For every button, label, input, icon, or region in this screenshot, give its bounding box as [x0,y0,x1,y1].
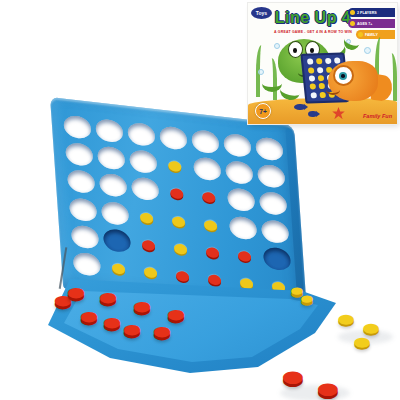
empty-hole [223,132,252,157]
board-cell [98,197,132,228]
board-cell [126,146,160,177]
ribbon-family: FAMILY [356,30,395,39]
box-grid-dot [324,58,331,64]
box-grid-dot [310,92,317,98]
yellow-disc: ● [201,214,220,233]
red-disc: ● [131,294,154,318]
red-disc: ● [65,280,88,304]
ribbon-players-label: 2 PLAYERS [357,11,377,15]
board-cell: ● [164,232,198,263]
bubble [364,47,371,54]
box-grid-dot [309,84,316,90]
empty-hole [66,169,95,194]
ribbon-ages: AGES 7+ [348,19,395,28]
board-cell [256,188,290,219]
box-grid-dot [316,67,323,73]
empty-hole [193,156,222,181]
empty-hole [129,149,158,174]
empty-hole [130,176,159,201]
game-board-grid: ●●●●●●●●●●●●●●●● [60,111,295,302]
board-cell: ● [132,229,166,260]
red-disc: ● [97,285,120,309]
board-cell [224,184,258,215]
empty-hole [70,224,99,249]
empty-hole [97,145,126,170]
empty-hole [226,187,255,212]
board-cell: ● [228,240,262,271]
empty-hole [258,191,287,216]
red-disc: ● [235,245,254,264]
octopus-pupil [293,48,298,53]
board-cell [66,194,100,225]
box-grid-dot [308,75,315,81]
box-grid-dot [318,83,325,89]
ribbon-family-label: FAMILY [365,33,378,37]
empty-hole [98,173,127,198]
bubble [258,69,264,75]
board-cell [190,153,224,184]
board-cell: ● [130,201,164,232]
empty-hole [65,142,94,167]
box-grid-dot [315,58,322,64]
yellow-disc: ● [171,238,190,257]
board-cell: ● [162,205,196,236]
red-disc: ● [279,361,307,390]
red-disc: ● [314,373,342,400]
board-cell [94,142,128,173]
fish-silhouette [308,111,317,117]
fish-eye [333,65,354,86]
board-cell [252,133,286,164]
board-cell: ● [194,208,228,239]
fish-mouth [326,85,340,95]
family-fun-text: Family Fun [363,113,392,119]
game-box: Toys Line Up 4 A GREAT GAME - GET 4 IN A… [248,3,397,124]
empty-hole [159,125,188,150]
bubble [274,43,280,49]
board-cell [69,249,103,280]
red-disc: ● [121,317,144,341]
product-photo: ●●●●●●●●●●●●●●●● ●●●●●●●●●●● ●●●●● Toys … [0,0,400,400]
board-cell [62,139,96,170]
empty-hole [100,200,129,225]
ribbon-ages-label: AGES 7+ [357,22,372,26]
board-cell [100,225,134,256]
yellow-disc: ● [141,262,160,281]
board-cell [254,161,288,192]
board-cell [220,129,254,160]
players-icon [350,10,355,15]
box-tagline: A GREAT GAME - GET 4 IN A ROW TO WIN [270,30,356,34]
empty-hole [95,118,124,143]
board-cell [260,243,294,274]
box-grid-dot [317,75,324,81]
board-cell [128,174,162,205]
empty-hole [63,114,92,139]
board-cell: ● [192,181,226,212]
red-disc: ● [139,235,158,254]
empty-hole [68,197,97,222]
board-cell [156,122,190,153]
empty-hole [228,215,257,240]
empty-hole [72,252,101,277]
board-cell: ● [196,236,230,267]
red-disc: ● [203,242,222,261]
octopus-pupil [310,48,315,53]
yellow-disc: ● [137,207,156,226]
box-grid-dot [306,59,313,65]
box-grid-dot [307,67,314,73]
yellow-disc: ● [351,329,373,352]
red-disc: ● [173,266,192,285]
empty-hole [262,246,291,271]
board-cell [188,126,222,157]
empty-hole [102,228,131,253]
board-cell [96,170,130,201]
board-cell [222,157,256,188]
brand-logo: Toys [251,7,272,19]
empty-hole [257,164,286,189]
yellow-disc: ● [335,306,357,329]
board-cell: ● [160,177,194,208]
ribbon-players: 2 PLAYERS [348,8,395,17]
board-cell: ● [101,253,135,284]
empty-hole [255,136,284,161]
box-title: Line Up 4 [272,9,354,27]
red-disc: ● [167,183,186,202]
red-disc: ● [199,187,218,206]
age-badge: 7+ [255,103,271,119]
empty-hole [191,129,220,154]
board-cell [60,111,94,142]
yellow-disc: ● [169,211,188,230]
board-cell: ● [158,150,192,181]
box-grid-dot [319,92,326,98]
red-disc: ● [205,269,224,288]
fish-iris [339,72,347,80]
red-disc: ● [165,302,188,326]
yellow-disc: ● [165,156,184,175]
board-cell [124,118,158,149]
board-cell [226,212,260,243]
fish-silhouette [294,104,305,110]
board-cell [258,216,292,247]
empty-hole [127,121,156,146]
ages-icon [350,21,355,26]
board-cell [64,166,98,197]
board-cell [68,221,102,252]
empty-hole [225,160,254,185]
yellow-disc: ● [109,258,128,277]
fish-character [328,61,378,101]
yellow-disc: ● [299,290,315,307]
empty-hole [260,219,289,244]
board-cell [92,115,126,146]
